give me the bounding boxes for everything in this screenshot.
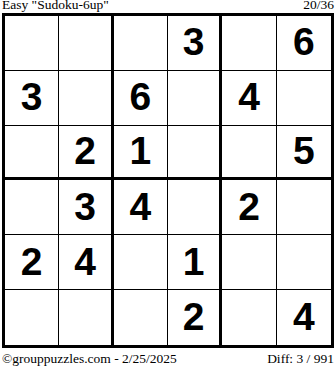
difficulty-text: Diff: 3 / 991 xyxy=(267,351,334,366)
cell-r1c4[interactable]: 3 xyxy=(168,16,222,71)
puzzle-title: Easy "Sudoku-6up" xyxy=(2,0,109,12)
cell-r2c3[interactable]: 6 xyxy=(114,71,168,126)
cell-r3c4[interactable] xyxy=(168,126,222,181)
cell-r3c3[interactable]: 1 xyxy=(114,126,168,181)
copyright-text: ©grouppuzzles.com - 2/25/2025 xyxy=(2,351,177,366)
cell-r5c5[interactable] xyxy=(222,235,276,290)
cell-r1c5[interactable] xyxy=(222,16,276,71)
cell-r5c3[interactable] xyxy=(114,235,168,290)
cell-r2c1[interactable]: 3 xyxy=(5,71,59,126)
cell-r4c3[interactable]: 4 xyxy=(114,180,168,235)
cell-r5c6[interactable] xyxy=(277,235,331,290)
cell-r6c4[interactable]: 2 xyxy=(168,290,222,345)
puzzle-counter: 20/36 xyxy=(303,0,334,12)
sudoku-board: 3636421534224124 xyxy=(2,13,334,348)
cell-r6c5[interactable] xyxy=(222,290,276,345)
cell-r4c1[interactable] xyxy=(5,180,59,235)
cell-r4c4[interactable] xyxy=(168,180,222,235)
cell-r6c6[interactable]: 4 xyxy=(277,290,331,345)
cell-r6c1[interactable] xyxy=(5,290,59,345)
cell-r2c6[interactable] xyxy=(277,71,331,126)
cell-r1c6[interactable]: 6 xyxy=(277,16,331,71)
cell-r2c2[interactable] xyxy=(59,71,113,126)
cell-r2c5[interactable]: 4 xyxy=(222,71,276,126)
cell-r1c1[interactable] xyxy=(5,16,59,71)
puzzle-page: Easy "Sudoku-6up" 20/36 3636421534224124… xyxy=(0,0,336,370)
cell-r4c5[interactable]: 2 xyxy=(222,180,276,235)
cell-r3c5[interactable] xyxy=(222,126,276,181)
cell-r6c3[interactable] xyxy=(114,290,168,345)
cell-r5c1[interactable]: 2 xyxy=(5,235,59,290)
cell-r4c6[interactable] xyxy=(277,180,331,235)
cell-r5c4[interactable]: 1 xyxy=(168,235,222,290)
cell-r3c6[interactable]: 5 xyxy=(277,126,331,181)
cell-r1c2[interactable] xyxy=(59,16,113,71)
cell-r3c1[interactable] xyxy=(5,126,59,181)
header: Easy "Sudoku-6up" 20/36 xyxy=(2,0,334,12)
cell-r4c2[interactable]: 3 xyxy=(59,180,113,235)
cell-r6c2[interactable] xyxy=(59,290,113,345)
cell-r2c4[interactable] xyxy=(168,71,222,126)
cell-r5c2[interactable]: 4 xyxy=(59,235,113,290)
cell-r3c2[interactable]: 2 xyxy=(59,126,113,181)
footer: ©grouppuzzles.com - 2/25/2025 Diff: 3 / … xyxy=(2,351,334,366)
cell-r1c3[interactable] xyxy=(114,16,168,71)
